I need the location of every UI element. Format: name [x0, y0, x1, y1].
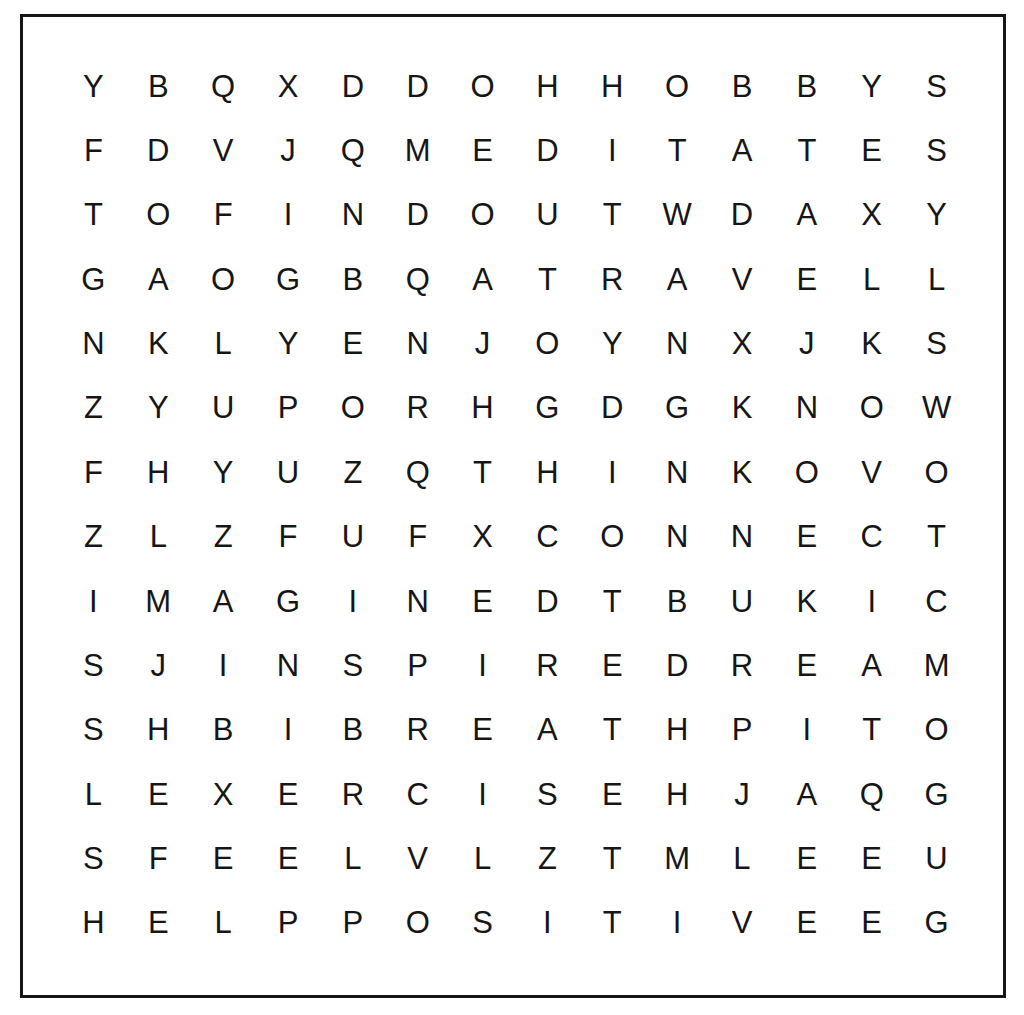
grid-cell[interactable]: V [710, 891, 775, 955]
grid-cell[interactable]: N [61, 311, 126, 375]
grid-cell[interactable]: N [645, 504, 710, 568]
grid-cell[interactable]: S [904, 311, 969, 375]
grid-cell[interactable]: E [839, 891, 904, 955]
grid-cell[interactable]: M [904, 633, 969, 697]
grid-cell[interactable]: N [645, 440, 710, 504]
grid-cell[interactable]: I [450, 762, 515, 826]
grid-cell[interactable]: W [645, 183, 710, 247]
grid-cell[interactable]: L [904, 247, 969, 311]
grid-cell[interactable]: H [126, 440, 191, 504]
grid-cell[interactable]: N [256, 633, 321, 697]
grid-cell[interactable]: Z [191, 504, 256, 568]
grid-cell[interactable]: I [580, 118, 645, 182]
grid-cell[interactable]: I [580, 440, 645, 504]
grid-cell[interactable]: I [515, 891, 580, 955]
grid-cell[interactable]: B [191, 698, 256, 762]
grid-cell[interactable]: D [385, 54, 450, 118]
grid-cell[interactable]: H [515, 54, 580, 118]
grid-cell[interactable]: H [450, 376, 515, 440]
grid-cell[interactable]: J [256, 118, 321, 182]
grid-cell[interactable]: E [774, 247, 839, 311]
grid-cell[interactable]: D [710, 183, 775, 247]
grid-cell[interactable]: N [385, 311, 450, 375]
grid-cell[interactable]: G [904, 891, 969, 955]
grid-cell[interactable]: U [320, 504, 385, 568]
grid-cell[interactable]: F [385, 504, 450, 568]
grid-cell[interactable]: T [774, 118, 839, 182]
grid-cell[interactable]: O [774, 440, 839, 504]
grid-cell[interactable]: I [256, 698, 321, 762]
grid-cell[interactable]: T [580, 569, 645, 633]
grid-cell[interactable]: P [256, 376, 321, 440]
grid-cell[interactable]: I [191, 633, 256, 697]
grid-cell[interactable]: A [774, 183, 839, 247]
grid-cell[interactable]: X [256, 54, 321, 118]
grid-cell[interactable]: X [450, 504, 515, 568]
grid-cell[interactable]: J [774, 311, 839, 375]
word-search-board: YBQXDDOHHOBBYSFDVJQMEDITATESTOFINDOUTWDA… [61, 54, 969, 955]
grid-cell[interactable]: G [256, 569, 321, 633]
grid-cell[interactable]: J [450, 311, 515, 375]
grid-cell[interactable]: E [774, 826, 839, 890]
grid-cell[interactable]: N [320, 183, 385, 247]
grid-cell[interactable]: N [385, 569, 450, 633]
grid-cell[interactable]: I [450, 633, 515, 697]
grid-cell[interactable]: O [515, 311, 580, 375]
grid-cell[interactable]: O [450, 183, 515, 247]
grid-cell[interactable]: N [710, 504, 775, 568]
grid-cell[interactable]: L [320, 826, 385, 890]
grid-cell[interactable]: Y [256, 311, 321, 375]
grid-cell[interactable]: L [191, 311, 256, 375]
grid-cell[interactable]: E [320, 311, 385, 375]
grid-cell[interactable]: Z [320, 440, 385, 504]
grid-cell[interactable]: N [645, 311, 710, 375]
grid-cell[interactable]: W [904, 376, 969, 440]
grid-cell[interactable]: E [126, 762, 191, 826]
grid-cell[interactable]: E [774, 504, 839, 568]
grid-cell[interactable]: G [61, 247, 126, 311]
grid-cell[interactable]: L [126, 504, 191, 568]
grid-cell[interactable]: Y [61, 54, 126, 118]
grid-cell[interactable]: I [320, 569, 385, 633]
grid-cell[interactable]: K [839, 311, 904, 375]
grid-cell[interactable]: O [191, 247, 256, 311]
grid-cell[interactable]: P [256, 891, 321, 955]
grid-cell[interactable]: C [839, 504, 904, 568]
grid-cell[interactable]: Y [191, 440, 256, 504]
grid-cell[interactable]: C [904, 569, 969, 633]
grid-cell[interactable]: L [61, 762, 126, 826]
grid-cell[interactable]: S [320, 633, 385, 697]
grid-cell[interactable]: U [904, 826, 969, 890]
grid-cell[interactable]: T [904, 504, 969, 568]
grid-cell[interactable]: A [191, 569, 256, 633]
grid-cell[interactable]: O [385, 891, 450, 955]
grid-cell[interactable]: M [126, 569, 191, 633]
grid-cell[interactable]: T [580, 698, 645, 762]
grid-cell[interactable]: D [385, 183, 450, 247]
grid-cell[interactable]: D [320, 54, 385, 118]
grid-cell[interactable]: G [256, 247, 321, 311]
grid-cell[interactable]: C [385, 762, 450, 826]
grid-cell[interactable]: S [450, 891, 515, 955]
grid-cell[interactable]: H [580, 54, 645, 118]
word-search-page: YBQXDDOHHOBBYSFDVJQMEDITATESTOFINDOUTWDA… [0, 0, 1024, 1015]
grid-cell[interactable]: H [645, 762, 710, 826]
grid-cell[interactable]: A [710, 118, 775, 182]
grid-cell[interactable]: D [126, 118, 191, 182]
grid-cell[interactable]: O [839, 376, 904, 440]
grid-cell[interactable]: E [450, 569, 515, 633]
grid-cell[interactable]: R [515, 633, 580, 697]
grid-cell[interactable]: R [320, 762, 385, 826]
grid-cell[interactable]: I [645, 891, 710, 955]
grid-cell[interactable]: Y [904, 183, 969, 247]
grid-cell[interactable]: F [126, 826, 191, 890]
grid-cell[interactable]: S [61, 826, 126, 890]
grid-cell[interactable]: V [839, 440, 904, 504]
grid-cell[interactable]: E [256, 762, 321, 826]
grid-cell[interactable]: E [126, 891, 191, 955]
grid-cell[interactable]: J [710, 762, 775, 826]
grid-cell[interactable]: P [710, 698, 775, 762]
grid-cell[interactable]: S [61, 633, 126, 697]
grid-cell[interactable]: H [126, 698, 191, 762]
grid-cell[interactable]: E [450, 698, 515, 762]
grid-cell[interactable]: F [61, 440, 126, 504]
grid-cell[interactable]: E [191, 826, 256, 890]
grid-cell[interactable]: T [450, 440, 515, 504]
grid-cell[interactable]: E [580, 762, 645, 826]
grid-cell[interactable]: D [515, 118, 580, 182]
grid-cell[interactable]: K [710, 376, 775, 440]
grid-cell[interactable]: D [645, 633, 710, 697]
grid-cell[interactable]: J [126, 633, 191, 697]
grid-cell[interactable]: R [710, 633, 775, 697]
grid-cell[interactable]: A [645, 247, 710, 311]
grid-cell[interactable]: O [904, 698, 969, 762]
grid-cell[interactable]: E [256, 826, 321, 890]
grid-cell[interactable]: C [515, 504, 580, 568]
grid-cell[interactable]: B [320, 247, 385, 311]
grid-cell[interactable]: H [645, 698, 710, 762]
grid-cell[interactable]: U [191, 376, 256, 440]
grid-cell[interactable]: R [580, 247, 645, 311]
grid-cell[interactable]: X [710, 311, 775, 375]
grid-cell[interactable]: E [450, 118, 515, 182]
grid-cell[interactable]: Y [126, 376, 191, 440]
grid-cell[interactable]: V [191, 118, 256, 182]
grid-cell[interactable]: M [645, 826, 710, 890]
grid-cell[interactable]: B [320, 698, 385, 762]
grid-cell[interactable]: S [515, 762, 580, 826]
grid-cell[interactable]: M [385, 118, 450, 182]
grid-cell[interactable]: U [710, 569, 775, 633]
grid-cell[interactable]: K [710, 440, 775, 504]
grid-cell[interactable]: D [580, 376, 645, 440]
grid-cell[interactable]: A [450, 247, 515, 311]
grid-cell[interactable]: U [515, 183, 580, 247]
grid-cell[interactable]: Q [385, 247, 450, 311]
grid-cell[interactable]: D [515, 569, 580, 633]
grid-cell[interactable]: T [580, 183, 645, 247]
grid-cell[interactable]: T [515, 247, 580, 311]
grid-cell[interactable]: Z [61, 504, 126, 568]
grid-cell[interactable]: K [774, 569, 839, 633]
grid-cell[interactable]: I [61, 569, 126, 633]
grid-cell[interactable]: P [320, 891, 385, 955]
grid-cell[interactable]: O [904, 440, 969, 504]
grid-cell[interactable]: X [191, 762, 256, 826]
grid-cell[interactable]: X [839, 183, 904, 247]
grid-cell[interactable]: E [774, 891, 839, 955]
grid-cell[interactable]: O [450, 54, 515, 118]
grid-cell[interactable]: Z [61, 376, 126, 440]
grid-cell[interactable]: R [385, 376, 450, 440]
grid-cell[interactable]: K [126, 311, 191, 375]
grid-cell[interactable]: G [904, 762, 969, 826]
grid-cell[interactable]: T [645, 118, 710, 182]
grid-cell[interactable]: Q [385, 440, 450, 504]
grid-cell[interactable]: S [904, 118, 969, 182]
grid-cell[interactable]: I [839, 569, 904, 633]
grid-cell[interactable]: H [515, 440, 580, 504]
grid-cell[interactable]: S [61, 698, 126, 762]
grid-cell[interactable]: V [710, 247, 775, 311]
grid-cell[interactable]: A [515, 698, 580, 762]
grid-cell[interactable]: R [385, 698, 450, 762]
grid-cell[interactable]: O [645, 54, 710, 118]
grid-cell[interactable]: B [645, 569, 710, 633]
grid-cell[interactable]: A [839, 633, 904, 697]
grid-cell[interactable]: L [839, 247, 904, 311]
grid-cell[interactable]: T [61, 183, 126, 247]
grid-cell[interactable]: B [774, 54, 839, 118]
grid-cell[interactable]: G [515, 376, 580, 440]
grid-cell[interactable]: Q [320, 118, 385, 182]
grid-cell[interactable]: B [710, 54, 775, 118]
grid-cell[interactable]: T [580, 891, 645, 955]
grid-cell[interactable]: H [61, 891, 126, 955]
grid-cell[interactable]: T [580, 826, 645, 890]
grid-cell[interactable]: N [774, 376, 839, 440]
grid-cell[interactable]: A [774, 762, 839, 826]
grid-cell[interactable]: F [61, 118, 126, 182]
grid-cell[interactable]: L [191, 891, 256, 955]
grid-cell[interactable]: Y [580, 311, 645, 375]
grid-cell[interactable]: V [385, 826, 450, 890]
board-frame: YBQXDDOHHOBBYSFDVJQMEDITATESTOFINDOUTWDA… [20, 14, 1006, 998]
grid-cell[interactable]: Q [191, 54, 256, 118]
grid-cell[interactable]: Y [839, 54, 904, 118]
grid-cell[interactable]: O [126, 183, 191, 247]
grid-cell[interactable]: F [191, 183, 256, 247]
grid-cell[interactable]: L [710, 826, 775, 890]
grid-cell[interactable]: E [839, 826, 904, 890]
grid-cell[interactable]: O [320, 376, 385, 440]
grid-cell[interactable]: I [774, 698, 839, 762]
grid-cell[interactable]: E [839, 118, 904, 182]
grid-cell[interactable]: F [256, 504, 321, 568]
grid-cell[interactable]: E [580, 633, 645, 697]
grid-cell[interactable]: Z [515, 826, 580, 890]
grid-cell[interactable]: P [385, 633, 450, 697]
grid-cell[interactable]: T [839, 698, 904, 762]
grid-cell[interactable]: S [904, 54, 969, 118]
grid-cell[interactable]: U [256, 440, 321, 504]
grid-cell[interactable]: L [450, 826, 515, 890]
grid-cell[interactable]: G [645, 376, 710, 440]
grid-cell[interactable]: E [774, 633, 839, 697]
grid-cell[interactable]: A [126, 247, 191, 311]
grid-cell[interactable]: B [126, 54, 191, 118]
grid-cell[interactable]: O [580, 504, 645, 568]
grid-cell[interactable]: I [256, 183, 321, 247]
grid-cell[interactable]: Q [839, 762, 904, 826]
